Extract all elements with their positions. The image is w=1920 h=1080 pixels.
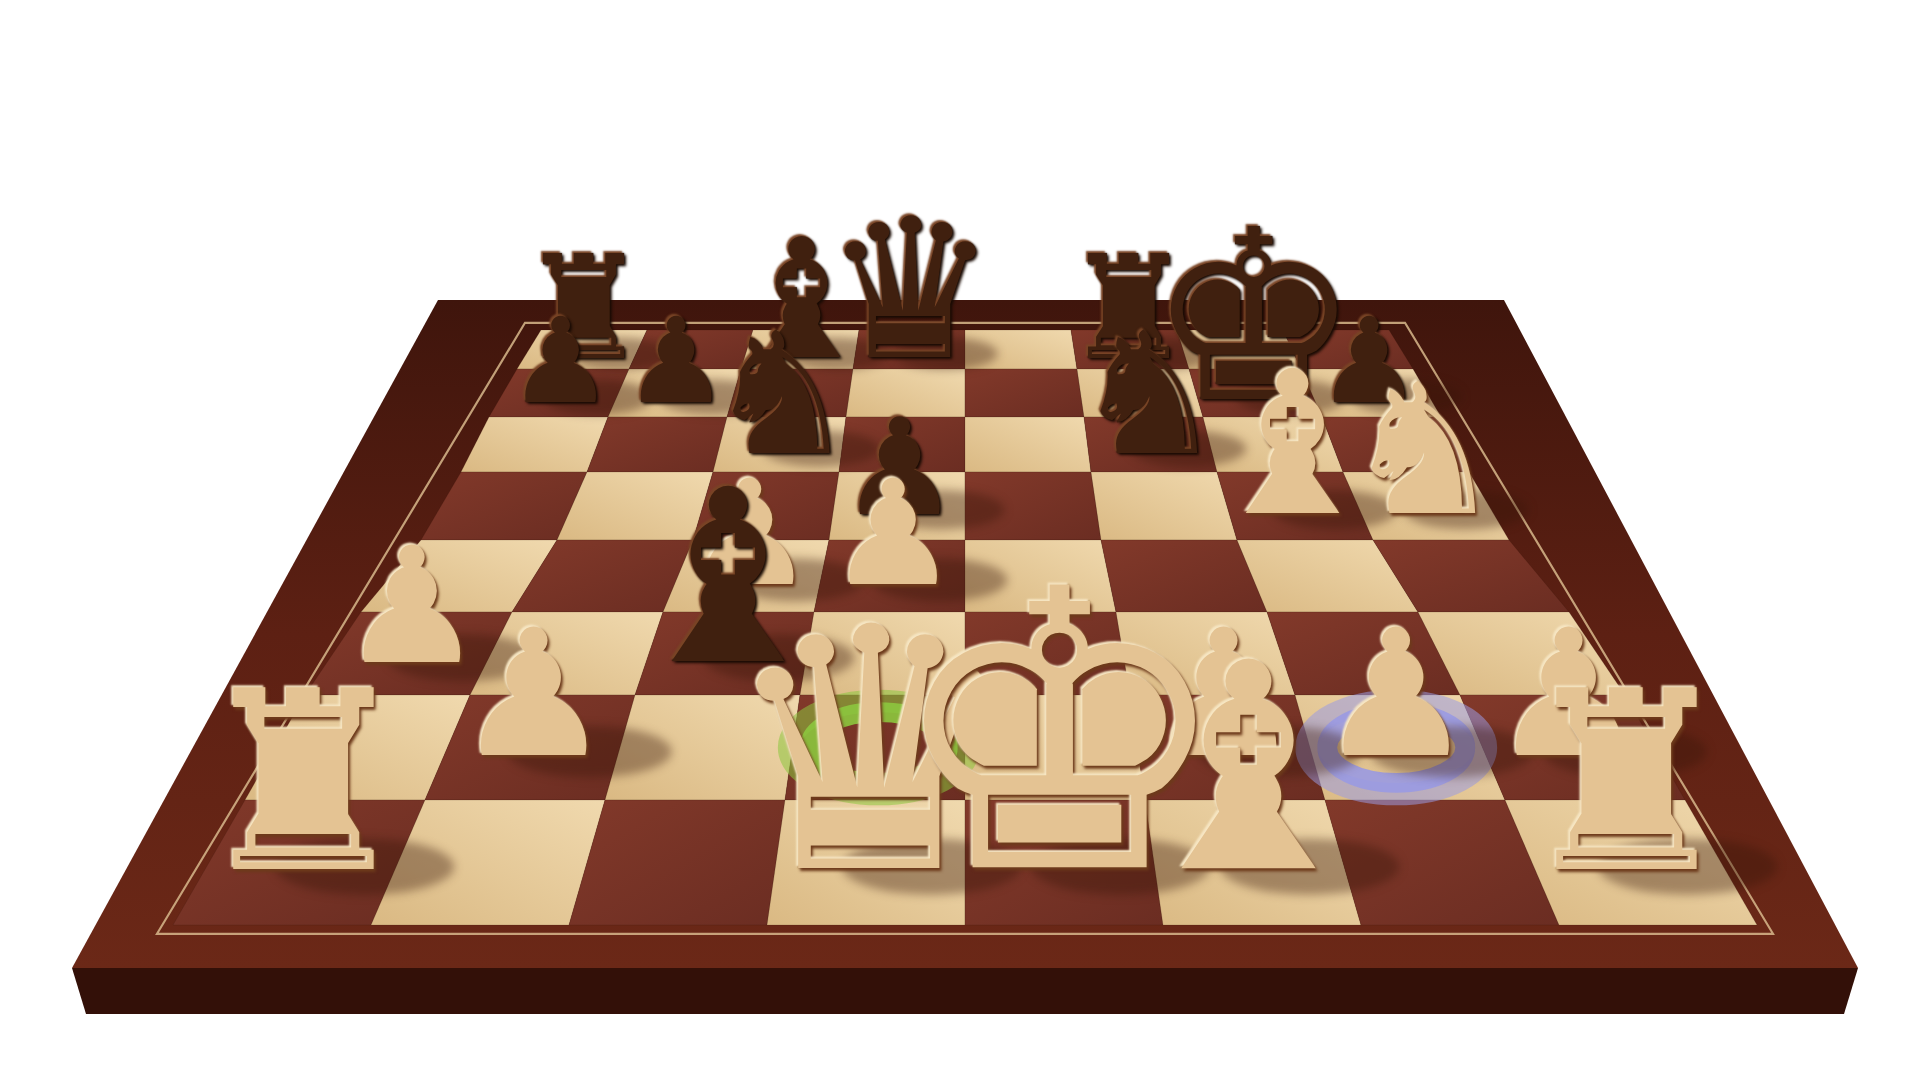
piece-black-knight-f6[interactable]: ♞ xyxy=(1073,309,1225,478)
piece-white-pawn-b2[interactable]: ♟ xyxy=(455,606,613,782)
chess-app-window: ♜♝♛♜♟♟♚♟♞♞♝♞♟♟♟♟♝♟♟♟♟♜♛♚♝♜ xyxy=(0,0,1920,1080)
piece-white-bishop-f1[interactable]: ♝ xyxy=(1120,626,1377,913)
piece-white-rook-h1[interactable]: ♜ xyxy=(1515,658,1738,907)
piece-black-pawn-a7[interactable]: ♟ xyxy=(508,302,614,420)
piece-white-knight-h5[interactable]: ♞ xyxy=(1342,360,1504,541)
piece-white-rook-a1[interactable]: ♜ xyxy=(192,658,415,907)
